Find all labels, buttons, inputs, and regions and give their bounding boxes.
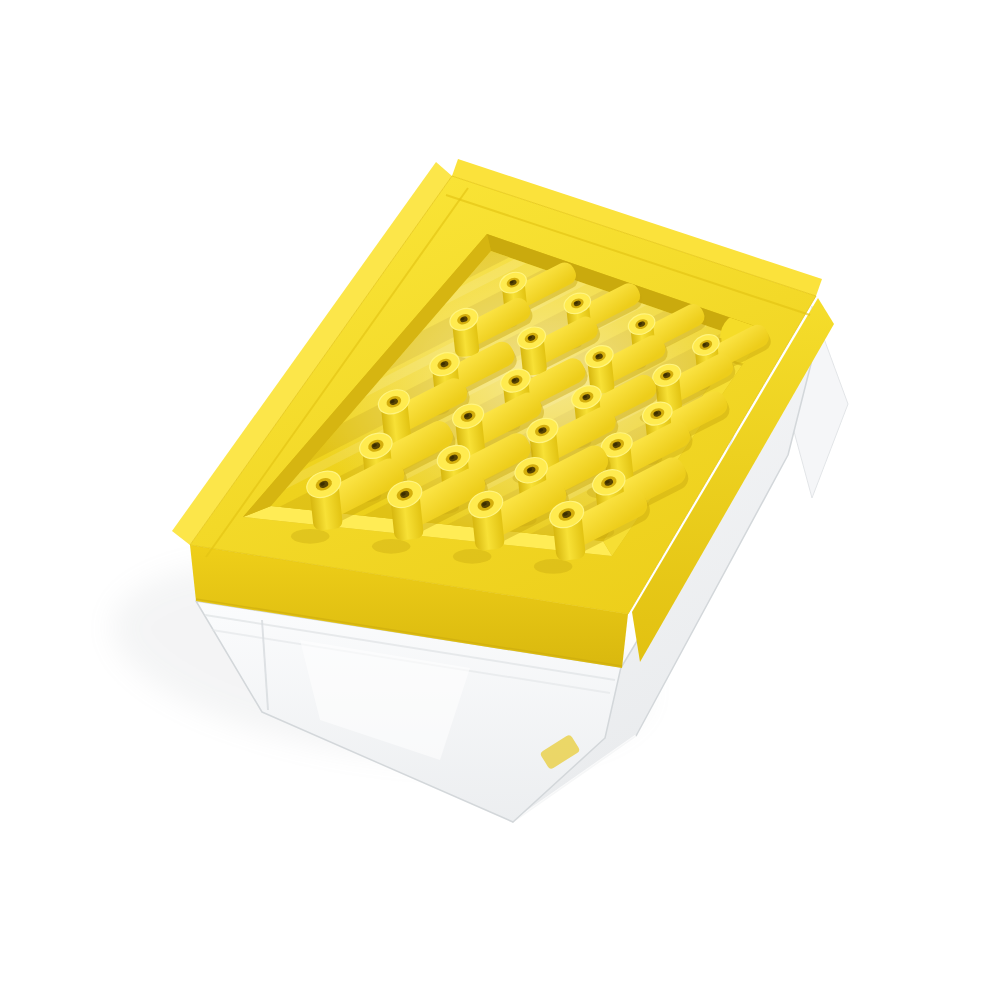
pegged-box-illustration (0, 0, 1000, 1000)
product-photo-canvas (0, 0, 1000, 1000)
